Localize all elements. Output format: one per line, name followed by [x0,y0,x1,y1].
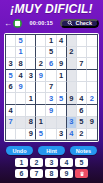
cell-r9c9[interactable] [87,129,97,141]
cell-r1c2[interactable]: 5 [16,35,26,47]
cell-r6c9[interactable]: 2 [87,93,97,105]
cell-r3c3[interactable] [26,58,36,70]
cell-r1c3[interactable] [26,35,36,47]
cell-r1c4[interactable] [36,35,46,47]
cell-r3c9[interactable] [87,58,97,70]
cell-r6c3[interactable]: 1 [26,93,36,105]
logo-grid-icon [15,21,20,26]
board-panel: 5141523826975439169713594249678135995342 [4,33,99,142]
cell-r9c2[interactable] [16,129,26,141]
cell-r5c6[interactable] [57,82,67,94]
trash-icon [79,171,85,177]
cell-r4c2[interactable]: 4 [16,70,26,82]
cell-r5c3[interactable] [26,82,36,94]
hint-button[interactable]: Hint [38,146,65,155]
cell-r1c9[interactable] [87,35,97,47]
cell-r5c4[interactable] [36,82,46,94]
keypad-row-2: 6789 [15,169,88,178]
key-7[interactable]: 7 [30,169,43,178]
key-6[interactable]: 6 [15,169,28,178]
cell-r2c1[interactable] [6,47,16,59]
cell-r7c7[interactable] [67,105,77,117]
cell-r1c7[interactable] [67,35,77,47]
cell-r8c8[interactable]: 5 [77,117,87,129]
cell-r7c3[interactable] [26,105,36,117]
toolbar: ← 00:00:15 Check [0,16,103,29]
cell-r5c1[interactable]: 6 [6,82,16,94]
key-9[interactable]: 9 [60,169,73,178]
cell-r7c8[interactable]: 6 [77,105,87,117]
sudoku-grid: 5141523826975439169713594249678135995342 [5,34,98,141]
cell-r9c3[interactable]: 9 [26,129,36,141]
header: ¡MUY DIFICIL! [0,0,103,16]
cell-r5c9[interactable] [87,82,97,94]
cell-r2c9[interactable] [87,47,97,59]
back-icon[interactable]: ← [4,19,12,28]
delete-key[interactable] [75,169,88,178]
cell-r2c8[interactable] [77,47,87,59]
cell-r3c1[interactable]: 3 [6,58,16,70]
cell-r5c7[interactable] [67,82,77,94]
cell-r2c3[interactable] [26,47,36,59]
notes-button[interactable]: Notes [70,146,97,155]
cell-r4c8[interactable] [77,70,87,82]
cell-r7c5[interactable]: 9 [46,105,56,117]
cell-r6c1[interactable] [6,93,16,105]
cell-r4c9[interactable] [87,70,97,82]
cell-r9c8[interactable]: 2 [77,129,87,141]
cell-r6c7[interactable]: 9 [67,93,77,105]
cell-r9c6[interactable]: 3 [57,129,67,141]
cell-r2c7[interactable]: 2 [67,47,77,59]
keypad: 12345 6789 [0,158,103,178]
cell-r2c4[interactable] [36,47,46,59]
cell-r7c1[interactable]: 4 [6,105,16,117]
cell-r4c1[interactable]: 5 [6,70,16,82]
check-label: Check [75,20,92,26]
cell-r8c4[interactable]: 1 [36,117,46,129]
cell-r8c2[interactable] [16,117,26,129]
cell-r8c9[interactable]: 9 [87,117,97,129]
sudoku-app: ¡MUY DIFICIL! ← 00:00:15 Check 514152382… [0,0,103,183]
cell-r3c7[interactable] [67,58,77,70]
cell-r8c5[interactable] [46,117,56,129]
cell-r9c1[interactable] [6,129,16,141]
cell-r3c6[interactable]: 9 [57,58,67,70]
key-2[interactable]: 2 [30,158,43,167]
logo-icon [13,19,22,28]
cell-r8c1[interactable]: 7 [6,117,16,129]
cell-r2c2[interactable]: 1 [16,47,26,59]
key-5[interactable]: 5 [75,158,88,167]
cell-r6c2[interactable] [16,93,26,105]
cell-r4c6[interactable]: 1 [57,70,67,82]
cell-r2c6[interactable] [57,47,67,59]
cell-r5c5[interactable]: 7 [46,82,56,94]
cell-r6c8[interactable]: 4 [77,93,87,105]
cell-r1c8[interactable] [77,35,87,47]
cell-r9c4[interactable]: 5 [36,129,46,141]
cell-r3c2[interactable]: 8 [16,58,26,70]
key-8[interactable]: 8 [45,169,58,178]
check-button[interactable]: Check [60,19,99,28]
magnifier-icon [67,20,73,26]
keypad-row-1: 12345 [15,158,88,167]
key-4[interactable]: 4 [60,158,73,167]
action-bar: UndoHintNotes [0,146,103,155]
cell-r6c6[interactable]: 5 [57,93,67,105]
cell-r3c4[interactable]: 2 [36,58,46,70]
cell-r7c6[interactable] [57,105,67,117]
cell-r8c6[interactable] [57,117,67,129]
cell-r9c7[interactable]: 4 [67,129,77,141]
cell-r7c2[interactable] [16,105,26,117]
cell-r9c5[interactable] [46,129,56,141]
key-3[interactable]: 3 [45,158,58,167]
cell-r6c4[interactable] [36,93,46,105]
cell-r5c2[interactable]: 9 [16,82,26,94]
cell-r4c5[interactable] [46,70,56,82]
cell-r1c6[interactable]: 4 [57,35,67,47]
cell-r5c8[interactable] [77,82,87,94]
cell-r1c1[interactable] [6,35,16,47]
cell-r7c9[interactable] [87,105,97,117]
cell-r2c5[interactable]: 5 [46,47,56,59]
undo-button[interactable]: Undo [6,146,33,155]
cell-r6c5[interactable]: 3 [46,93,56,105]
cell-r8c3[interactable]: 8 [26,117,36,129]
cell-r4c4[interactable]: 9 [36,70,46,82]
cell-r4c3[interactable]: 3 [26,70,36,82]
cell-r1c5[interactable]: 1 [46,35,56,47]
cell-r7c4[interactable] [36,105,46,117]
cell-r8c7[interactable]: 3 [67,117,77,129]
cell-r3c8[interactable]: 7 [77,58,87,70]
cell-r3c5[interactable]: 6 [46,58,56,70]
key-1[interactable]: 1 [15,158,28,167]
difficulty-title: ¡MUY DIFICIL! [0,2,103,16]
timer: 00:00:15 [22,20,60,26]
cell-r4c7[interactable] [67,70,77,82]
